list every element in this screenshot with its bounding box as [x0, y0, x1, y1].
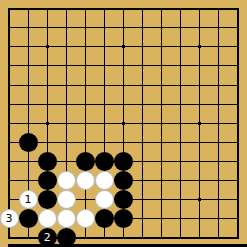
white-stone[interactable] — [95, 190, 114, 209]
star-point — [122, 122, 125, 125]
black-stone[interactable] — [114, 152, 133, 171]
star-point — [198, 198, 201, 201]
black-stone[interactable] — [76, 152, 95, 171]
black-stone[interactable]: 2 — [38, 228, 57, 247]
white-stone[interactable] — [57, 171, 76, 190]
go-diagram: 132 — [0, 0, 247, 247]
move-number-label: 2 — [44, 232, 51, 243]
grid-line-horizontal — [8, 142, 239, 143]
white-stone[interactable] — [57, 190, 76, 209]
move-number-label: 1 — [25, 194, 32, 205]
white-stone[interactable] — [38, 209, 57, 228]
star-point — [198, 45, 201, 48]
go-board[interactable]: 132 — [0, 0, 247, 247]
grid-line-vertical — [237, 8, 239, 239]
grid-line-vertical — [161, 8, 162, 239]
black-stone[interactable] — [19, 133, 38, 152]
black-stone[interactable] — [19, 209, 38, 228]
black-stone[interactable] — [38, 171, 57, 190]
grid-line-vertical — [180, 8, 181, 239]
move-number-label: 3 — [6, 213, 13, 224]
black-stone[interactable] — [57, 228, 76, 247]
white-stone[interactable]: 1 — [19, 190, 38, 209]
white-stone[interactable]: 3 — [0, 209, 19, 228]
black-stone[interactable] — [114, 171, 133, 190]
white-stone[interactable] — [76, 171, 95, 190]
black-stone[interactable] — [114, 190, 133, 209]
star-point — [46, 122, 49, 125]
white-stone[interactable] — [76, 209, 95, 228]
white-stone[interactable] — [57, 209, 76, 228]
grid-line-vertical — [142, 8, 143, 239]
star-point — [46, 45, 49, 48]
star-point — [198, 122, 201, 125]
black-stone[interactable] — [114, 209, 133, 228]
grid-line-vertical — [218, 8, 219, 239]
black-stone[interactable] — [38, 190, 57, 209]
black-stone[interactable] — [95, 152, 114, 171]
star-point — [122, 45, 125, 48]
black-stone[interactable] — [38, 152, 57, 171]
white-stone[interactable] — [95, 171, 114, 190]
black-stone[interactable] — [95, 209, 114, 228]
